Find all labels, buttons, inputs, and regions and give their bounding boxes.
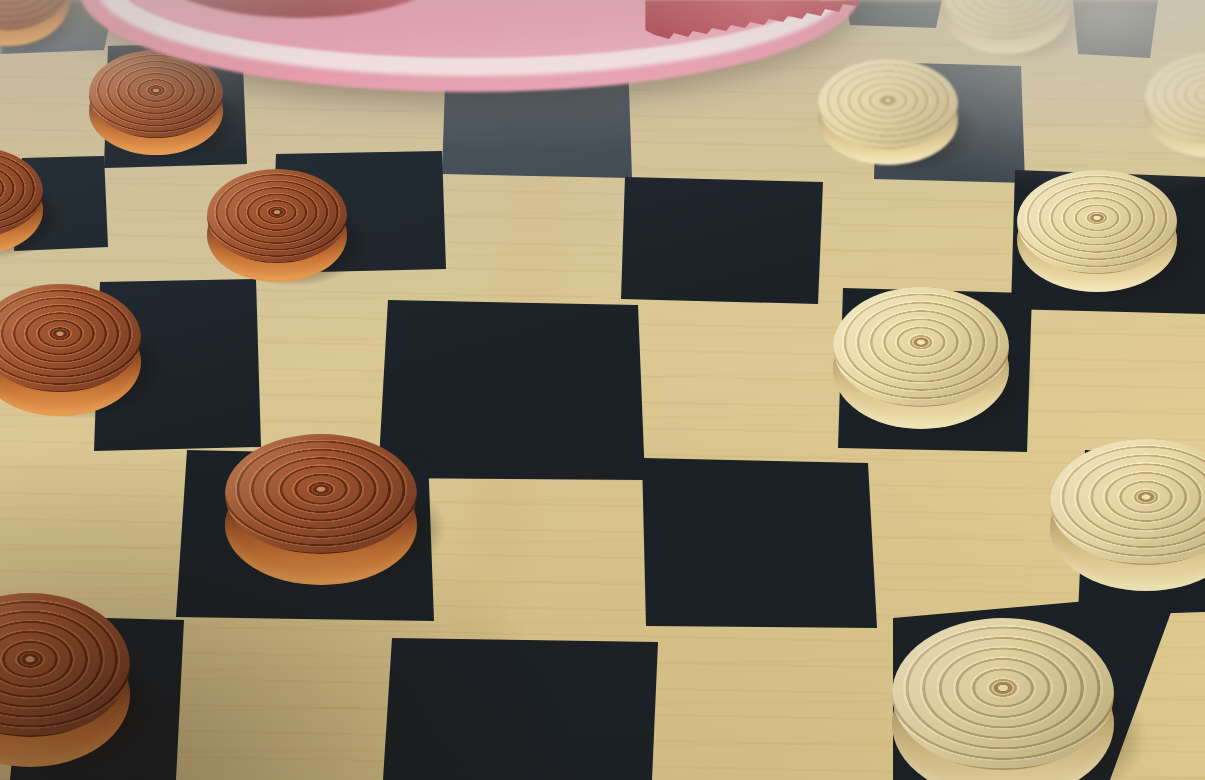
checker-piece-brown-b5[interactable] <box>0 284 141 392</box>
piece-face <box>833 287 1009 407</box>
checker-piece-cream-w5[interactable] <box>833 287 1009 407</box>
checker-piece-brown-b7[interactable] <box>0 593 130 737</box>
checker-piece-brown-b6[interactable] <box>225 434 417 554</box>
checker-piece-cream-w2[interactable] <box>818 59 958 149</box>
checkers-photo-scene: Close-up photo of a wooden checkers (dra… <box>0 0 1205 780</box>
checker-piece-brown-b3[interactable] <box>207 169 347 263</box>
checker-piece-cream-w3[interactable] <box>1145 53 1205 143</box>
checker-piece-cream-w6[interactable] <box>1050 439 1205 565</box>
piece-face <box>207 169 347 263</box>
checker-piece-cream-w1[interactable] <box>942 0 1070 39</box>
piece-face <box>818 59 958 149</box>
checker-piece-cream-w7[interactable] <box>892 618 1114 770</box>
checker-piece-brown-b1[interactable] <box>0 0 70 30</box>
piece-face <box>892 618 1114 770</box>
piece-face <box>1017 170 1177 274</box>
piece-face <box>225 434 417 554</box>
checker-piece-cream-w4[interactable] <box>1017 170 1177 274</box>
checker-piece-brown-b4[interactable] <box>0 147 43 237</box>
